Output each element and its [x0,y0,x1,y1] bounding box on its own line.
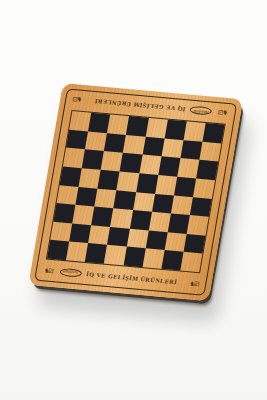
brand-slogan-top: İQ VE GELİŞİM ÜRÜNLERİ [94,98,186,112]
dice-knight-motif-icon: ♞⚂ [44,267,54,274]
board-square [183,234,205,254]
brand-logo-text: Anadolu [63,269,79,275]
brand-slogan-bottom: İQ VE GELİŞİM ÜRÜNLERİ [86,271,178,285]
dice-knight-motif-icon: ♞⚂ [73,97,83,104]
brand-logo-oval: Anadolu [59,267,82,277]
checkerboard [46,110,226,273]
product-photo: ♞⚂ Anadolu İQ VE GELİŞİM ÜRÜNLERİ ♞⚂ ♞⚂ … [0,0,267,400]
board-square [193,178,215,198]
dice-knight-motif-icon: ♞⚂ [189,280,199,287]
brand-logo-oval: Anadolu [189,106,212,116]
board-square [187,215,209,235]
board-square [180,252,202,272]
board-square [190,197,212,217]
board: ♞⚂ Anadolu İQ VE GELİŞİM ÜRÜNLERİ ♞⚂ ♞⚂ … [28,83,243,301]
brand-logo-text: Anadolu [193,108,209,114]
board-wrap: ♞⚂ Anadolu İQ VE GELİŞİM ÜRÜNLERİ ♞⚂ ♞⚂ … [28,83,243,301]
board-square [196,160,218,180]
dice-knight-motif-icon: ♞⚂ [218,110,228,117]
board-square [199,141,221,161]
board-square [202,123,224,143]
